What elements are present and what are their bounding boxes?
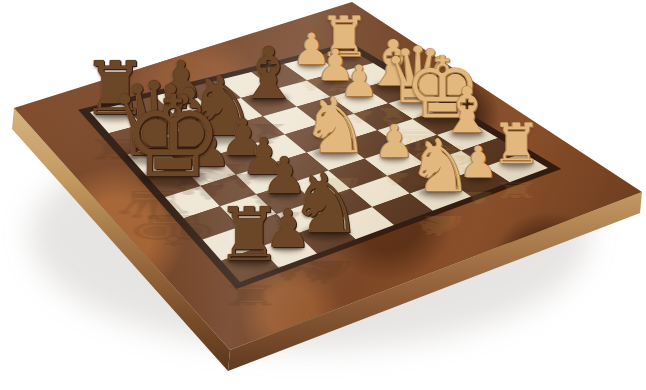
chess-product-photo: ♜♜♟♟♟♟♝♝♟♟♟♟♝♝♛♛♜♜♚♚♝♝♞♞♝♝♞♞♟♟♛♛♟♟♜♜♟♟♟♟… <box>0 0 646 390</box>
piece-black-rook-h8[interactable]: ♜ <box>217 198 283 272</box>
piece-white-knight-h3[interactable]: ♞ <box>407 129 472 202</box>
piece-reflection: ♜ <box>491 179 541 200</box>
piece-reflection: ♜ <box>217 281 283 309</box>
piece-white-rook-h1[interactable]: ♜ <box>491 117 541 173</box>
piece-reflection: ♚ <box>123 208 224 251</box>
piece-white-knight-e4[interactable]: ♞ <box>301 87 369 163</box>
piece-black-king-d8[interactable]: ♚ <box>123 81 224 194</box>
piece-reflection: ♞ <box>407 212 472 240</box>
